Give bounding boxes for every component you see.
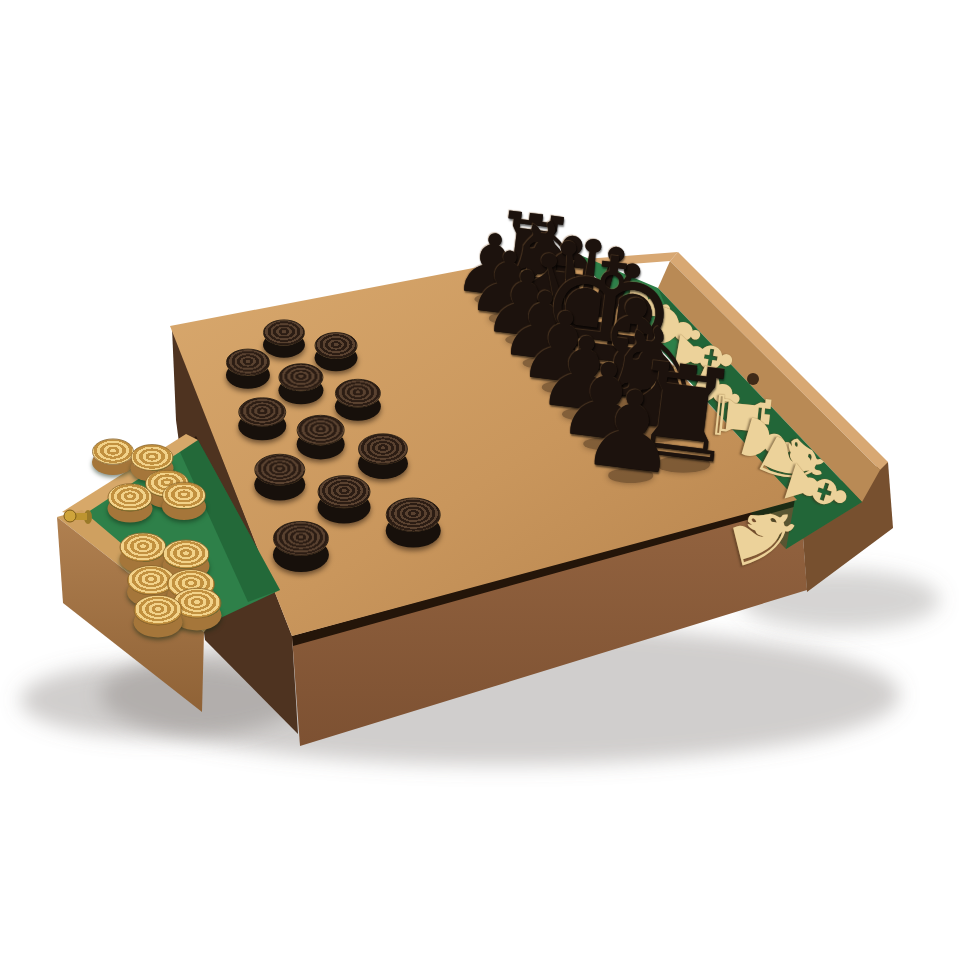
drawer-knob: [64, 510, 76, 522]
box-facets: [0, 0, 960, 960]
tray-wall-finger-hole: [747, 373, 759, 385]
photo-scene: ♜♞♝♛♚♝♞♜♟♟♟♟♟♟♟♟♟♟♝♟♜♟♞♝♞: [0, 0, 960, 960]
